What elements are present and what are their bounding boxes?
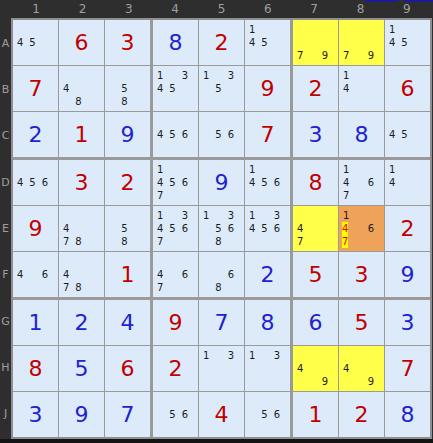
cell-D4[interactable]: 14567 [153, 160, 198, 205]
cell-F6[interactable]: 2 [245, 252, 290, 297]
candidate-5[interactable]: 5 [401, 36, 413, 49]
given-digit: 5 [309, 264, 323, 286]
cell-D3[interactable]: 2 [105, 160, 150, 205]
cell-A4[interactable]: 8 [153, 20, 198, 65]
cell-J3[interactable]: 7 [105, 392, 150, 437]
cell-D8[interactable]: 1467 [339, 160, 384, 205]
candidate-7[interactable]: 7 [63, 235, 75, 248]
candidate-4[interactable]: 4 [157, 268, 169, 281]
cell-D7[interactable]: 8 [293, 160, 338, 205]
cell-B3[interactable]: 58 [105, 66, 150, 111]
candidates: 134567 [153, 206, 198, 251]
solved-digit: 4 [121, 312, 135, 334]
cell-A3[interactable]: 3 [105, 20, 150, 65]
candidate-4[interactable]: 4 [343, 362, 355, 375]
candidate-4[interactable]: 4 [249, 176, 261, 189]
box-3: 797914521463845 [293, 20, 430, 157]
candidate-3[interactable]: 3 [228, 69, 240, 82]
sudoku-app-window: 123456789 ABCDEFGHJ 45637485821982145134… [0, 0, 433, 443]
cell-H1[interactable]: 8 [13, 346, 58, 391]
box-1: 456374858219 [13, 20, 150, 157]
cell-E8[interactable]: 1467 [339, 206, 384, 251]
candidate-5[interactable]: 5 [169, 128, 181, 141]
cell-J7[interactable]: 1 [293, 392, 338, 437]
candidates: 45 [13, 20, 58, 65]
candidate-5[interactable]: 5 [169, 408, 181, 421]
column-label-7: 7 [291, 0, 337, 18]
candidate-6[interactable]: 6 [182, 268, 194, 281]
candidate-4[interactable]: 4 [17, 36, 29, 49]
column-label-5: 5 [198, 0, 244, 18]
candidate-3[interactable]: 3 [182, 209, 194, 222]
candidates: 1467 [339, 206, 384, 251]
candidate-6[interactable]: 6 [274, 222, 286, 235]
candidate-8[interactable]: 8 [75, 235, 87, 248]
solved-digit: 1 [29, 312, 43, 334]
cell-C3[interactable]: 9 [105, 112, 150, 157]
candidates: 13456 [245, 206, 290, 251]
candidate-5[interactable]: 5 [169, 222, 181, 235]
cell-G8[interactable]: 5 [339, 300, 384, 345]
candidate-1[interactable]: 1 [203, 69, 215, 82]
candidate-4[interactable]: 4 [157, 82, 169, 95]
cell-G1[interactable]: 1 [13, 300, 58, 345]
candidate-7[interactable]: 7 [157, 235, 169, 248]
bottom-bar [0, 439, 433, 443]
candidates: 68 [199, 252, 244, 297]
candidate-1[interactable]: 1 [389, 163, 401, 176]
solved-digit: 7 [121, 404, 135, 426]
candidates: 135 [199, 66, 244, 111]
given-digit: 3 [75, 172, 89, 194]
solved-digit: 8 [401, 404, 415, 426]
candidate-5[interactable]: 5 [29, 176, 41, 189]
cell-C6[interactable]: 7 [245, 112, 290, 157]
given-digit: 5 [355, 312, 369, 334]
solved-digit: 8 [261, 312, 275, 334]
candidates: 1456 [245, 160, 290, 205]
candidate-4[interactable]: 4 [389, 128, 401, 141]
candidate-4[interactable]: 4 [63, 222, 75, 235]
candidates: 478 [59, 206, 104, 251]
given-digit: 2 [121, 172, 135, 194]
candidate-8[interactable]: 8 [121, 235, 133, 248]
box-2: 8214513451359456567 [153, 20, 290, 157]
row-label-C: C [0, 113, 11, 159]
candidate-5[interactable]: 5 [215, 82, 227, 95]
candidate-8[interactable]: 8 [215, 281, 227, 294]
candidate-6[interactable]: 6 [182, 222, 194, 235]
box-5: 14567914561345671356813456467682 [153, 160, 290, 297]
solved-digit: 8 [169, 32, 183, 54]
candidate-4[interactable]: 4 [63, 268, 75, 281]
candidate-6[interactable]: 6 [182, 128, 194, 141]
candidate-4[interactable]: 4 [157, 222, 169, 235]
cell-H4[interactable]: 2 [153, 346, 198, 391]
candidates: 13568 [199, 206, 244, 251]
cell-B8[interactable]: 14 [339, 66, 384, 111]
column-labels: 123456789 [13, 0, 430, 18]
candidate-7[interactable]: 7 [157, 281, 169, 294]
candidate-4[interactable]: 4 [17, 268, 29, 281]
candidate-4[interactable]: 4 [297, 222, 309, 235]
candidate-4[interactable]: 4 [343, 176, 355, 189]
candidate-1[interactable]: 1 [343, 69, 355, 82]
candidate-7[interactable]: 7 [297, 235, 309, 248]
cell-C4[interactable]: 456 [153, 112, 198, 157]
box-4: 45632947858464781 [13, 160, 150, 297]
cell-E5[interactable]: 13568 [199, 206, 244, 251]
candidate-1[interactable]: 1 [343, 163, 355, 176]
candidate-7[interactable]: 7 [157, 189, 169, 202]
candidate-4[interactable]: 4 [343, 82, 355, 95]
cell-D1[interactable]: 456 [13, 160, 58, 205]
row-label-F: F [0, 252, 11, 298]
row-labels: ABCDEFGHJ [0, 20, 11, 437]
given-digit: 6 [121, 358, 135, 380]
solved-digit: 8 [355, 124, 369, 146]
cell-H2[interactable]: 5 [59, 346, 104, 391]
candidate-4[interactable]: 4 [157, 128, 169, 141]
cell-B5[interactable]: 135 [199, 66, 244, 111]
box-7: 124856397 [13, 300, 150, 437]
candidates: 49 [339, 346, 384, 391]
candidate-3[interactable]: 3 [274, 209, 286, 222]
candidate-1[interactable]: 1 [249, 23, 261, 36]
cell-J4[interactable]: 56 [153, 392, 198, 437]
candidate-8[interactable]: 8 [75, 95, 87, 108]
candidate-4[interactable]: 4 [389, 176, 401, 189]
candidate-3[interactable]: 3 [228, 349, 240, 362]
cell-C1[interactable]: 2 [13, 112, 58, 157]
cell-J8[interactable]: 2 [339, 392, 384, 437]
given-digit: 6 [401, 78, 415, 100]
candidate-3[interactable]: 3 [274, 349, 286, 362]
cell-H8[interactable]: 49 [339, 346, 384, 391]
row-label-H: H [0, 344, 11, 390]
candidates: 48 [59, 66, 104, 111]
candidate-5[interactable]: 5 [401, 128, 413, 141]
solved-digit: 5 [75, 358, 89, 380]
cell-D9[interactable]: 14 [385, 160, 430, 205]
column-label-8: 8 [337, 0, 383, 18]
cell-J1[interactable]: 3 [13, 392, 58, 437]
given-digit: 7 [29, 78, 43, 100]
candidate-4[interactable]: 4 [17, 176, 29, 189]
cell-H6[interactable]: 13 [245, 346, 290, 391]
cell-A9[interactable]: 145 [385, 20, 430, 65]
cell-G4[interactable]: 9 [153, 300, 198, 345]
cell-E6[interactable]: 13456 [245, 206, 290, 251]
cell-H7[interactable]: 49 [293, 346, 338, 391]
solved-digit: 2 [75, 312, 89, 334]
candidate-5[interactable]: 5 [169, 82, 181, 95]
cell-E1[interactable]: 9 [13, 206, 58, 251]
candidate-1[interactable]: 1 [203, 209, 215, 222]
given-digit: 2 [215, 32, 229, 54]
candidate-5[interactable]: 5 [215, 222, 227, 235]
cell-F4[interactable]: 467 [153, 252, 198, 297]
candidate-7[interactable]: 7 [297, 49, 309, 62]
column-label-3: 3 [106, 0, 152, 18]
candidates: 467 [153, 252, 198, 297]
cell-B2[interactable]: 48 [59, 66, 104, 111]
cell-G3[interactable]: 4 [105, 300, 150, 345]
candidate-5[interactable]: 5 [29, 36, 41, 49]
candidate-8[interactable]: 8 [121, 95, 133, 108]
candidate-8[interactable]: 8 [215, 235, 227, 248]
given-digit: 8 [29, 358, 43, 380]
candidate-6[interactable]: 6 [228, 268, 240, 281]
candidate-5[interactable]: 5 [261, 222, 273, 235]
cell-C5[interactable]: 56 [199, 112, 244, 157]
solved-digit: 6 [309, 312, 323, 334]
candidates: 56 [153, 392, 198, 437]
candidate-6[interactable]: 6 [274, 408, 286, 421]
cell-B6[interactable]: 9 [245, 66, 290, 111]
given-digit: 9 [261, 78, 275, 100]
row-label-B: B [0, 66, 11, 112]
candidate-5[interactable]: 5 [169, 176, 181, 189]
candidates: 58 [105, 206, 150, 251]
solved-digit: 9 [121, 124, 135, 146]
candidate-4[interactable]: 4 [249, 222, 261, 235]
solved-digit: 2 [261, 264, 275, 286]
candidate-6[interactable]: 6 [368, 222, 380, 235]
cell-A2[interactable]: 6 [59, 20, 104, 65]
candidates: 456 [153, 112, 198, 157]
column-label-2: 2 [59, 0, 105, 18]
candidate-5[interactable]: 5 [215, 128, 227, 141]
cell-E2[interactable]: 478 [59, 206, 104, 251]
row-label-D: D [0, 159, 11, 205]
candidate-1[interactable]: 1 [343, 209, 355, 222]
cell-G9[interactable]: 3 [385, 300, 430, 345]
row-label-G: G [0, 298, 11, 344]
solved-digit: 3 [401, 312, 415, 334]
candidate-1[interactable]: 1 [203, 349, 215, 362]
cell-H9[interactable]: 7 [385, 346, 430, 391]
given-digit: 7 [261, 124, 275, 146]
solved-digit: 3 [29, 404, 43, 426]
candidate-1[interactable]: 1 [157, 209, 169, 222]
candidate-6[interactable]: 6 [368, 176, 380, 189]
candidates: 58 [105, 66, 150, 111]
cell-A5[interactable]: 2 [199, 20, 244, 65]
candidate-5[interactable]: 5 [121, 222, 133, 235]
candidate-4[interactable]: 4 [157, 176, 169, 189]
cell-C8[interactable]: 8 [339, 112, 384, 157]
given-digit: 1 [75, 124, 89, 146]
candidates: 56 [245, 392, 290, 437]
candidate-5[interactable]: 5 [261, 36, 273, 49]
candidate-4-eliminated[interactable]: 4 [342, 222, 348, 235]
cell-F7[interactable]: 5 [293, 252, 338, 297]
cell-B4[interactable]: 1345 [153, 66, 198, 111]
row-label-J: J [0, 391, 11, 437]
candidate-6[interactable]: 6 [228, 128, 240, 141]
cell-J2[interactable]: 9 [59, 392, 104, 437]
candidate-1[interactable]: 1 [249, 349, 261, 362]
candidates: 47 [293, 206, 338, 251]
candidate-9[interactable]: 9 [322, 49, 334, 62]
candidate-6[interactable]: 6 [182, 408, 194, 421]
cell-J6[interactable]: 56 [245, 392, 290, 437]
candidate-4[interactable]: 4 [63, 82, 75, 95]
candidates: 79 [293, 20, 338, 65]
candidate-4[interactable]: 4 [297, 362, 309, 375]
candidates: 145 [245, 20, 290, 65]
cell-H3[interactable]: 6 [105, 346, 150, 391]
given-digit: 2 [309, 78, 323, 100]
box-6: 81467144714672539 [293, 160, 430, 297]
candidates: 56 [199, 112, 244, 157]
candidate-6[interactable]: 6 [274, 176, 286, 189]
candidate-7[interactable]: 7 [63, 281, 75, 294]
cell-C9[interactable]: 45 [385, 112, 430, 157]
cell-E4[interactable]: 134567 [153, 206, 198, 251]
candidate-9[interactable]: 9 [368, 49, 380, 62]
cell-A8[interactable]: 79 [339, 20, 384, 65]
candidate-9[interactable]: 9 [368, 375, 380, 388]
sudoku-board: 4563748582198214513451359456567797914521… [11, 18, 432, 439]
solved-digit: 3 [309, 124, 323, 146]
candidates: 456 [13, 160, 58, 205]
candidate-7[interactable]: 7 [343, 49, 355, 62]
candidates: 46 [13, 252, 58, 297]
column-label-9: 9 [384, 0, 430, 18]
cell-D6[interactable]: 1456 [245, 160, 290, 205]
candidate-5[interactable]: 5 [261, 408, 273, 421]
candidate-8[interactable]: 8 [75, 281, 87, 294]
cell-F9[interactable]: 9 [385, 252, 430, 297]
candidate-1[interactable]: 1 [249, 209, 261, 222]
candidates: 1467 [339, 160, 384, 205]
cell-F1[interactable]: 46 [13, 252, 58, 297]
candidate-6[interactable]: 6 [228, 222, 240, 235]
candidates: 1345 [153, 66, 198, 111]
given-digit: 6 [75, 32, 89, 54]
candidates: 13 [245, 346, 290, 391]
given-digit: 2 [169, 358, 183, 380]
candidates: 478 [59, 252, 104, 297]
box-9: 65349497128 [293, 300, 430, 437]
candidate-3[interactable]: 3 [182, 69, 194, 82]
given-digit: 4 [215, 404, 229, 426]
candidate-4[interactable]: 4 [389, 36, 401, 49]
column-label-1: 1 [13, 0, 59, 18]
cell-F2[interactable]: 478 [59, 252, 104, 297]
candidate-1[interactable]: 1 [249, 163, 261, 176]
cell-D5[interactable]: 9 [199, 160, 244, 205]
cell-D2[interactable]: 3 [59, 160, 104, 205]
cell-C7[interactable]: 3 [293, 112, 338, 157]
given-digit: 1 [309, 404, 323, 426]
cell-G2[interactable]: 2 [59, 300, 104, 345]
candidate-5[interactable]: 5 [121, 82, 133, 95]
candidates: 13 [199, 346, 244, 391]
cell-E3[interactable]: 58 [105, 206, 150, 251]
candidates: 45 [385, 112, 430, 157]
candidate-1[interactable]: 1 [157, 69, 169, 82]
candidates: 145 [385, 20, 430, 65]
cell-E9[interactable]: 2 [385, 206, 430, 251]
cell-A7[interactable]: 79 [293, 20, 338, 65]
cell-B7[interactable]: 2 [293, 66, 338, 111]
solved-digit: 9 [75, 404, 89, 426]
cell-G5[interactable]: 7 [199, 300, 244, 345]
given-digit: 8 [309, 172, 323, 194]
box-8: 9782131356456 [153, 300, 290, 437]
candidate-6[interactable]: 6 [182, 176, 194, 189]
solved-digit: 7 [215, 312, 229, 334]
given-digit: 2 [355, 404, 369, 426]
candidate-5[interactable]: 5 [261, 176, 273, 189]
solved-digit: 9 [215, 172, 229, 194]
candidate-7[interactable]: 7 [343, 189, 355, 202]
row-label-A: A [0, 20, 11, 66]
given-digit: 9 [29, 218, 43, 240]
candidates: 49 [293, 346, 338, 391]
cell-A1[interactable]: 45 [13, 20, 58, 65]
candidate-6[interactable]: 6 [42, 176, 54, 189]
candidates: 14 [385, 160, 430, 205]
cell-F3[interactable]: 1 [105, 252, 150, 297]
cell-F8[interactable]: 3 [339, 252, 384, 297]
cell-E7[interactable]: 47 [293, 206, 338, 251]
cell-C2[interactable]: 1 [59, 112, 104, 157]
cell-J5[interactable]: 4 [199, 392, 244, 437]
given-digit: 9 [169, 312, 183, 334]
candidate-7-eliminated[interactable]: 7 [342, 235, 348, 248]
candidates: 14 [339, 66, 384, 111]
given-digit: 3 [355, 264, 369, 286]
cell-G6[interactable]: 8 [245, 300, 290, 345]
column-label-4: 4 [152, 0, 198, 18]
candidate-3[interactable]: 3 [228, 209, 240, 222]
given-digit: 1 [121, 264, 135, 286]
candidate-1[interactable]: 1 [157, 163, 169, 176]
given-digit: 7 [401, 358, 415, 380]
cell-H5[interactable]: 13 [199, 346, 244, 391]
candidates: 14567 [153, 160, 198, 205]
given-digit: 2 [401, 218, 415, 240]
cell-B9[interactable]: 6 [385, 66, 430, 111]
cell-G7[interactable]: 6 [293, 300, 338, 345]
cell-F5[interactable]: 68 [199, 252, 244, 297]
candidate-9[interactable]: 9 [322, 375, 334, 388]
cell-J9[interactable]: 8 [385, 392, 430, 437]
row-label-E: E [0, 205, 11, 251]
solved-digit: 9 [401, 264, 415, 286]
column-label-6: 6 [245, 0, 291, 18]
candidate-1[interactable]: 1 [389, 23, 401, 36]
cell-A6[interactable]: 145 [245, 20, 290, 65]
cell-B1[interactable]: 7 [13, 66, 58, 111]
given-digit: 3 [121, 32, 135, 54]
candidates: 79 [339, 20, 384, 65]
candidate-6[interactable]: 6 [42, 268, 54, 281]
solved-digit: 2 [29, 124, 43, 146]
candidate-4[interactable]: 4 [249, 36, 261, 49]
